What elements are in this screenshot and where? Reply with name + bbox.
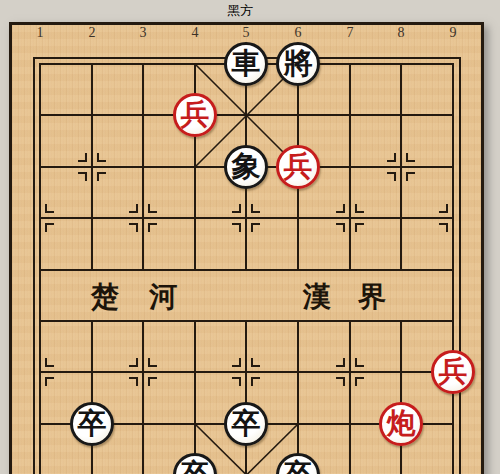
river-text-char: 河 (149, 278, 177, 316)
piece-black-general[interactable]: 將 (276, 42, 320, 86)
xiangqi-app-window: 黑方 123456789楚河漢界車將兵象兵兵卒卒炮卒卒 (0, 0, 500, 474)
point-marker (251, 204, 260, 213)
point-marker (129, 358, 138, 367)
piece-red-soldier[interactable]: 兵 (431, 350, 475, 394)
point-marker (439, 223, 448, 232)
point-marker (355, 223, 364, 232)
column-number-7: 7 (347, 25, 354, 41)
column-number-4: 4 (192, 25, 199, 41)
piece-black-soldier[interactable]: 卒 (224, 402, 268, 446)
piece-red-cannon[interactable]: 炮 (379, 402, 423, 446)
point-marker (129, 204, 138, 213)
column-number-3: 3 (140, 25, 147, 41)
point-marker (45, 358, 54, 367)
point-marker (148, 223, 157, 232)
point-marker (232, 358, 241, 367)
river-text-char: 界 (358, 278, 386, 316)
piece-black-soldier[interactable]: 卒 (70, 402, 114, 446)
piece-black-elephant[interactable]: 象 (224, 145, 268, 189)
point-marker (97, 172, 106, 181)
piece-glyph: 車 (232, 49, 261, 78)
point-marker (45, 204, 54, 213)
point-marker (387, 153, 396, 162)
point-marker (232, 377, 241, 386)
point-marker (387, 172, 396, 181)
point-marker (232, 204, 241, 213)
point-marker (336, 223, 345, 232)
river-text-char: 楚 (91, 278, 119, 316)
point-marker (148, 377, 157, 386)
column-number-1: 1 (37, 25, 44, 41)
piece-glyph: 炮 (387, 409, 416, 438)
point-marker (336, 204, 345, 213)
point-marker (336, 377, 345, 386)
point-marker (355, 358, 364, 367)
column-number-5: 5 (243, 25, 250, 41)
point-marker (406, 172, 415, 181)
column-number-8: 8 (398, 25, 405, 41)
point-marker (148, 358, 157, 367)
piece-glyph: 卒 (232, 409, 261, 438)
piece-glyph: 卒 (78, 409, 107, 438)
piece-glyph: 卒 (284, 460, 313, 474)
piece-glyph: 兵 (284, 152, 313, 181)
column-number-2: 2 (89, 25, 96, 41)
point-marker (129, 377, 138, 386)
piece-glyph: 兵 (181, 100, 210, 129)
point-marker (406, 153, 415, 162)
piece-glyph: 象 (232, 152, 261, 181)
point-marker (232, 223, 241, 232)
piece-red-soldier[interactable]: 兵 (173, 93, 217, 137)
point-marker (355, 204, 364, 213)
river-text-char: 漢 (303, 278, 331, 316)
point-marker (251, 377, 260, 386)
point-marker (129, 223, 138, 232)
column-number-6: 6 (295, 25, 302, 41)
point-marker (78, 153, 87, 162)
piece-glyph: 卒 (181, 460, 210, 474)
piece-black-chariot[interactable]: 車 (224, 42, 268, 86)
piece-glyph: 兵 (439, 357, 468, 386)
point-marker (251, 223, 260, 232)
point-marker (148, 204, 157, 213)
point-marker (439, 204, 448, 213)
board-layer: 123456789楚河漢界車將兵象兵兵卒卒炮卒卒 (0, 0, 500, 474)
point-marker (355, 377, 364, 386)
column-number-9: 9 (450, 25, 457, 41)
point-marker (251, 358, 260, 367)
piece-red-soldier[interactable]: 兵 (276, 145, 320, 189)
point-marker (45, 223, 54, 232)
piece-glyph: 將 (284, 49, 313, 78)
point-marker (78, 172, 87, 181)
point-marker (45, 377, 54, 386)
point-marker (97, 153, 106, 162)
point-marker (336, 358, 345, 367)
